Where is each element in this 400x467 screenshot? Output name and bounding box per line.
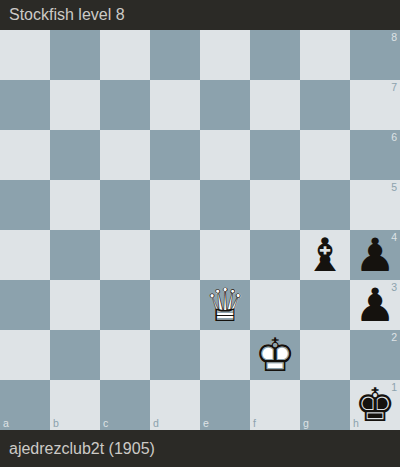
square-e5[interactable] — [200, 180, 250, 230]
square-e8[interactable] — [200, 30, 250, 80]
chess-game-window: Stockfish level 8 8765♝4♟♛♕3♟♚♔2abcdefgh… — [0, 0, 400, 467]
square-c5[interactable] — [100, 180, 150, 230]
player-name: ajedrezclub2t (1905) — [9, 440, 155, 458]
square-a8[interactable] — [0, 30, 50, 80]
square-f2[interactable]: ♚♔ — [250, 330, 300, 380]
white-king-glyph-outline: ♔ — [250, 330, 300, 380]
square-g1[interactable]: g — [300, 380, 350, 430]
square-f1[interactable]: f — [250, 380, 300, 430]
square-h3[interactable]: 3♟ — [350, 280, 400, 330]
file-label-c: c — [103, 418, 108, 429]
black-pawn[interactable]: ♟ — [350, 280, 400, 330]
square-g4[interactable]: ♝ — [300, 230, 350, 280]
square-c3[interactable] — [100, 280, 150, 330]
square-h4[interactable]: 4♟ — [350, 230, 400, 280]
rank-label-8: 8 — [391, 32, 397, 43]
chess-board[interactable]: 8765♝4♟♛♕3♟♚♔2abcdefgh1♚ — [0, 30, 400, 430]
square-f5[interactable] — [250, 180, 300, 230]
square-b6[interactable] — [50, 130, 100, 180]
black-pawn[interactable]: ♟ — [350, 230, 400, 280]
black-pawn-glyph: ♟ — [350, 230, 400, 280]
square-b4[interactable] — [50, 230, 100, 280]
opponent-bar: Stockfish level 8 — [0, 0, 400, 30]
file-label-e: e — [203, 418, 209, 429]
square-d6[interactable] — [150, 130, 200, 180]
square-h1[interactable]: h1♚ — [350, 380, 400, 430]
square-h5[interactable]: 5 — [350, 180, 400, 230]
square-f8[interactable] — [250, 30, 300, 80]
square-e7[interactable] — [200, 80, 250, 130]
square-c6[interactable] — [100, 130, 150, 180]
square-a3[interactable] — [0, 280, 50, 330]
square-d2[interactable] — [150, 330, 200, 380]
square-d4[interactable] — [150, 230, 200, 280]
square-e4[interactable] — [200, 230, 250, 280]
rank-label-7: 7 — [391, 82, 397, 93]
square-h2[interactable]: 2 — [350, 330, 400, 380]
square-g5[interactable] — [300, 180, 350, 230]
square-g2[interactable] — [300, 330, 350, 380]
square-f4[interactable] — [250, 230, 300, 280]
square-a1[interactable]: a — [0, 380, 50, 430]
square-g7[interactable] — [300, 80, 350, 130]
square-c1[interactable]: c — [100, 380, 150, 430]
square-g8[interactable] — [300, 30, 350, 80]
square-b3[interactable] — [50, 280, 100, 330]
rank-label-5: 5 — [391, 182, 397, 193]
square-e6[interactable] — [200, 130, 250, 180]
square-b2[interactable] — [50, 330, 100, 380]
square-h8[interactable]: 8 — [350, 30, 400, 80]
white-king[interactable]: ♚♔ — [250, 330, 300, 380]
square-f6[interactable] — [250, 130, 300, 180]
square-a2[interactable] — [0, 330, 50, 380]
square-c7[interactable] — [100, 80, 150, 130]
square-d7[interactable] — [150, 80, 200, 130]
file-label-f: f — [253, 418, 256, 429]
square-d1[interactable]: d — [150, 380, 200, 430]
rank-label-6: 6 — [391, 132, 397, 143]
black-bishop-glyph: ♝ — [300, 230, 350, 280]
rank-label-2: 2 — [391, 332, 397, 343]
square-b5[interactable] — [50, 180, 100, 230]
black-pawn-glyph: ♟ — [350, 280, 400, 330]
square-a4[interactable] — [0, 230, 50, 280]
square-f7[interactable] — [250, 80, 300, 130]
square-d8[interactable] — [150, 30, 200, 80]
square-a6[interactable] — [0, 130, 50, 180]
player-bar: ajedrezclub2t (1905) — [0, 430, 400, 467]
square-e2[interactable] — [200, 330, 250, 380]
file-label-a: a — [3, 418, 9, 429]
square-e3[interactable]: ♛♕ — [200, 280, 250, 330]
square-c4[interactable] — [100, 230, 150, 280]
square-g3[interactable] — [300, 280, 350, 330]
white-queen[interactable]: ♛♕ — [200, 280, 250, 330]
square-c8[interactable] — [100, 30, 150, 80]
square-b8[interactable] — [50, 30, 100, 80]
square-a7[interactable] — [0, 80, 50, 130]
square-a5[interactable] — [0, 180, 50, 230]
square-e1[interactable]: e — [200, 380, 250, 430]
white-queen-glyph-outline: ♕ — [200, 280, 250, 330]
square-f3[interactable] — [250, 280, 300, 330]
square-g6[interactable] — [300, 130, 350, 180]
square-d3[interactable] — [150, 280, 200, 330]
black-king[interactable]: ♚ — [350, 380, 400, 430]
square-d5[interactable] — [150, 180, 200, 230]
file-label-d: d — [153, 418, 159, 429]
file-label-g: g — [303, 418, 309, 429]
square-h7[interactable]: 7 — [350, 80, 400, 130]
file-label-b: b — [53, 418, 59, 429]
square-b7[interactable] — [50, 80, 100, 130]
opponent-name: Stockfish level 8 — [9, 6, 125, 24]
black-bishop[interactable]: ♝ — [300, 230, 350, 280]
square-c2[interactable] — [100, 330, 150, 380]
black-king-glyph: ♚ — [350, 380, 400, 430]
square-b1[interactable]: b — [50, 380, 100, 430]
square-h6[interactable]: 6 — [350, 130, 400, 180]
